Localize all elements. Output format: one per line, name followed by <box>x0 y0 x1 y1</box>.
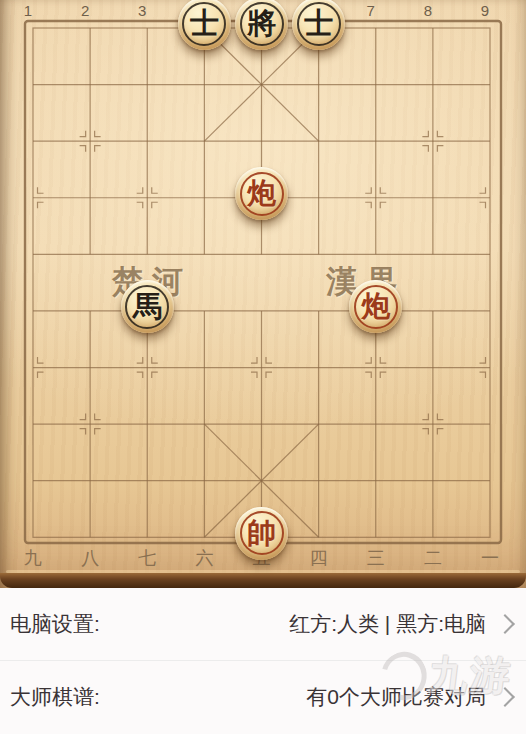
piece-black-advisor[interactable]: 士 <box>292 0 345 50</box>
piece-layer: 士將士炮馬炮帥 <box>4 0 518 565</box>
board-bottom-edge <box>0 573 526 588</box>
computer-settings-value: 红方:人类 | 黑方:电脑 <box>289 610 486 638</box>
master-games-value: 有0个大师比赛对局 <box>306 683 486 711</box>
xiangqi-board[interactable]: 123456789 九八七六五四三二一 楚河 漢界 士將士炮馬炮帥 <box>0 0 526 588</box>
master-games-row[interactable]: 大师棋谱: 有0个大师比赛对局 <box>0 661 526 733</box>
piece-glyph: 士 <box>190 9 219 38</box>
computer-settings-label: 电脑设置: <box>10 610 100 638</box>
piece-glyph: 帥 <box>247 519 276 548</box>
piece-black-advisor[interactable]: 士 <box>178 0 231 50</box>
piece-black-general[interactable]: 將 <box>235 0 288 50</box>
settings-panel: 电脑设置: 红方:人类 | 黑方:电脑 大师棋谱: 有0个大师比赛对局 九游 <box>0 588 526 734</box>
piece-red-general[interactable]: 帥 <box>235 507 288 560</box>
chevron-right-icon <box>495 614 515 634</box>
master-games-label: 大师棋谱: <box>10 683 100 711</box>
piece-black-horse[interactable]: 馬 <box>121 280 174 333</box>
piece-red-cannon[interactable]: 炮 <box>349 280 402 333</box>
piece-glyph: 將 <box>247 9 276 38</box>
piece-glyph: 炮 <box>361 292 390 321</box>
xiangqi-app-screen: 123456789 九八七六五四三二一 楚河 漢界 士將士炮馬炮帥 电脑设置: … <box>0 0 526 734</box>
chevron-right-icon <box>495 687 515 707</box>
piece-glyph: 馬 <box>133 292 162 321</box>
piece-glyph: 士 <box>304 9 333 38</box>
piece-glyph: 炮 <box>247 179 276 208</box>
piece-red-cannon[interactable]: 炮 <box>235 167 288 220</box>
computer-settings-row[interactable]: 电脑设置: 红方:人类 | 黑方:电脑 <box>0 588 526 660</box>
